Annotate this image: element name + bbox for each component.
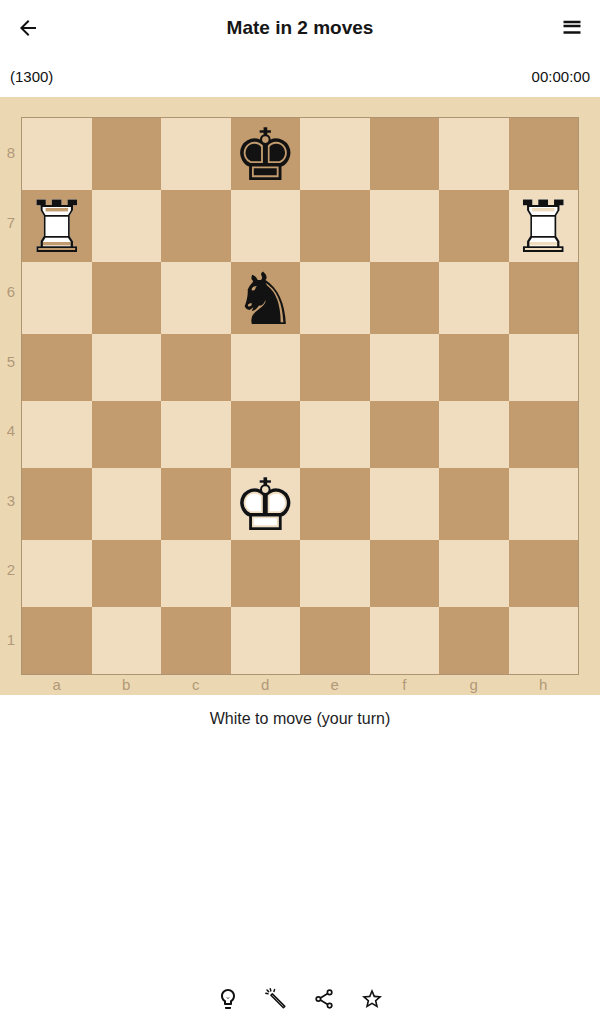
- square-e6[interactable]: [300, 262, 370, 334]
- square-a3[interactable]: [22, 468, 92, 540]
- square-h1[interactable]: [509, 607, 579, 674]
- square-e3[interactable]: [300, 468, 370, 540]
- square-g4[interactable]: [439, 401, 509, 468]
- magic-wand-icon: [264, 987, 288, 1011]
- square-g2[interactable]: [439, 540, 509, 607]
- file-label-b: b: [92, 674, 162, 695]
- rank-label-1: 1: [0, 605, 22, 675]
- file-label-c: c: [161, 674, 231, 695]
- share-icon: [312, 987, 336, 1011]
- app-bar: Mate in 2 moves: [0, 0, 600, 56]
- hint-button[interactable]: [216, 987, 240, 1011]
- share-button[interactable]: [312, 987, 336, 1011]
- square-c3[interactable]: [161, 468, 231, 540]
- puzzle-rating: (1300): [10, 68, 53, 85]
- back-button[interactable]: [16, 16, 40, 40]
- square-h6[interactable]: [509, 262, 579, 334]
- square-f3[interactable]: [370, 468, 440, 540]
- square-g1[interactable]: [439, 607, 509, 674]
- square-g6[interactable]: [439, 262, 509, 334]
- square-c4[interactable]: [161, 401, 231, 468]
- piece-outline-glyph: ♔: [233, 469, 298, 541]
- file-label-h: h: [509, 674, 579, 695]
- square-b6[interactable]: [92, 262, 162, 334]
- rank-label-7: 7: [0, 188, 22, 258]
- square-g7[interactable]: [439, 190, 509, 262]
- hamburger-menu-icon: [560, 16, 584, 40]
- square-b7[interactable]: [92, 190, 162, 262]
- square-h4[interactable]: [509, 401, 579, 468]
- square-d8[interactable]: ♚: [231, 118, 301, 190]
- square-g8[interactable]: [439, 118, 509, 190]
- square-f4[interactable]: [370, 401, 440, 468]
- square-h2[interactable]: [509, 540, 579, 607]
- square-e1[interactable]: [300, 607, 370, 674]
- square-c5[interactable]: [161, 334, 231, 401]
- square-d3[interactable]: ♚♔: [231, 468, 301, 540]
- square-d2[interactable]: [231, 540, 301, 607]
- square-a5[interactable]: [22, 334, 92, 401]
- square-h8[interactable]: [509, 118, 579, 190]
- square-h5[interactable]: [509, 334, 579, 401]
- star-icon: [360, 987, 384, 1011]
- square-f6[interactable]: [370, 262, 440, 334]
- white-king-d3[interactable]: ♚♔: [231, 468, 301, 540]
- square-a2[interactable]: [22, 540, 92, 607]
- rank-labels: 87654321: [0, 118, 22, 674]
- white-rook-a7[interactable]: ♜♖: [22, 190, 92, 262]
- square-c2[interactable]: [161, 540, 231, 607]
- square-h3[interactable]: [509, 468, 579, 540]
- square-d5[interactable]: [231, 334, 301, 401]
- square-e4[interactable]: [300, 401, 370, 468]
- square-d1[interactable]: [231, 607, 301, 674]
- piece-outline-glyph: ♖: [511, 191, 576, 263]
- square-c7[interactable]: [161, 190, 231, 262]
- square-f2[interactable]: [370, 540, 440, 607]
- rank-label-8: 8: [0, 118, 22, 188]
- square-d7[interactable]: [231, 190, 301, 262]
- square-a8[interactable]: [22, 118, 92, 190]
- puzzle-screen: Mate in 2 moves (1300) 00:00:00 87654321…: [0, 0, 600, 1024]
- square-f5[interactable]: [370, 334, 440, 401]
- file-label-d: d: [231, 674, 301, 695]
- lightbulb-icon: [216, 987, 240, 1011]
- rank-label-3: 3: [0, 466, 22, 536]
- black-knight-glyph: ♞: [233, 263, 298, 335]
- favorite-button[interactable]: [360, 987, 384, 1011]
- board-grid: ♚♜♖♜♖♞♚♔: [22, 118, 578, 674]
- square-f8[interactable]: [370, 118, 440, 190]
- black-king-glyph: ♚: [233, 119, 298, 191]
- rank-label-2: 2: [0, 535, 22, 605]
- file-label-f: f: [370, 674, 440, 695]
- square-c8[interactable]: [161, 118, 231, 190]
- square-b5[interactable]: [92, 334, 162, 401]
- square-d4[interactable]: [231, 401, 301, 468]
- sub-bar: (1300) 00:00:00: [0, 56, 600, 97]
- square-b1[interactable]: [92, 607, 162, 674]
- menu-button[interactable]: [560, 16, 584, 40]
- white-rook-h7[interactable]: ♜♖: [509, 190, 579, 262]
- square-a1[interactable]: [22, 607, 92, 674]
- file-label-a: a: [22, 674, 92, 695]
- square-e5[interactable]: [300, 334, 370, 401]
- black-knight-d6[interactable]: ♞: [231, 262, 301, 334]
- page-title: Mate in 2 moves: [0, 17, 600, 39]
- square-e2[interactable]: [300, 540, 370, 607]
- rank-label-5: 5: [0, 327, 22, 397]
- square-h7[interactable]: ♜♖: [509, 190, 579, 262]
- square-b2[interactable]: [92, 540, 162, 607]
- square-d6[interactable]: ♞: [231, 262, 301, 334]
- square-g5[interactable]: [439, 334, 509, 401]
- square-c6[interactable]: [161, 262, 231, 334]
- rank-label-6: 6: [0, 257, 22, 327]
- turn-status: White to move (your turn): [0, 695, 600, 728]
- square-a6[interactable]: [22, 262, 92, 334]
- arrow-back-icon: [16, 16, 40, 40]
- square-g3[interactable]: [439, 468, 509, 540]
- file-label-g: g: [439, 674, 509, 695]
- file-label-e: e: [300, 674, 370, 695]
- solve-button[interactable]: [264, 987, 288, 1011]
- square-a4[interactable]: [22, 401, 92, 468]
- square-e7[interactable]: [300, 190, 370, 262]
- square-f1[interactable]: [370, 607, 440, 674]
- square-a7[interactable]: ♜♖: [22, 190, 92, 262]
- square-f7[interactable]: [370, 190, 440, 262]
- piece-outline-glyph: ♖: [24, 191, 89, 263]
- square-b3[interactable]: [92, 468, 162, 540]
- black-king-d8[interactable]: ♚: [231, 118, 301, 190]
- square-c1[interactable]: [161, 607, 231, 674]
- chess-board: 87654321 ♚♜♖♜♖♞♚♔ abcdefgh: [0, 97, 600, 695]
- rank-label-4: 4: [0, 396, 22, 466]
- file-labels: abcdefgh: [22, 674, 578, 695]
- bottom-toolbar: [0, 987, 600, 1011]
- square-e8[interactable]: [300, 118, 370, 190]
- square-b8[interactable]: [92, 118, 162, 190]
- timer: 00:00:00: [532, 68, 590, 85]
- square-b4[interactable]: [92, 401, 162, 468]
